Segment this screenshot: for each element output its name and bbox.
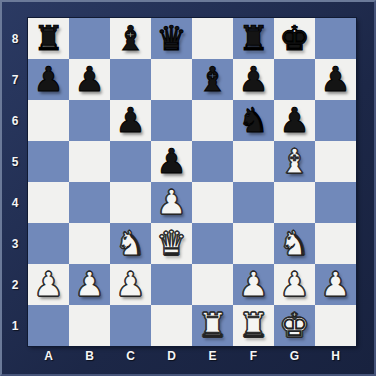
square-d5[interactable]: ♟ xyxy=(151,141,192,182)
rank-label-2: 2 xyxy=(2,264,28,305)
square-h1[interactable] xyxy=(315,305,356,346)
rank-labels: 87654321 xyxy=(2,18,28,346)
square-h4[interactable] xyxy=(315,182,356,223)
white-pawn-f2[interactable]: ♟ xyxy=(233,264,274,305)
rank-label-4: 4 xyxy=(2,182,28,223)
white-rook-f1[interactable]: ♜ xyxy=(233,305,274,346)
white-knight-g3[interactable]: ♞ xyxy=(274,223,315,264)
square-g2[interactable]: ♟ xyxy=(274,264,315,305)
square-b6[interactable] xyxy=(69,100,110,141)
square-b4[interactable] xyxy=(69,182,110,223)
black-king-g8[interactable]: ♚ xyxy=(274,18,315,59)
square-e4[interactable] xyxy=(192,182,233,223)
white-bishop-g5[interactable]: ♝ xyxy=(274,141,315,182)
square-h6[interactable] xyxy=(315,100,356,141)
square-c4[interactable] xyxy=(110,182,151,223)
black-pawn-c6[interactable]: ♟ xyxy=(110,100,151,141)
rank-label-6: 6 xyxy=(2,100,28,141)
square-c2[interactable]: ♟ xyxy=(110,264,151,305)
white-queen-d3[interactable]: ♛ xyxy=(151,223,192,264)
square-a5[interactable] xyxy=(28,141,69,182)
white-pawn-h2[interactable]: ♟ xyxy=(315,264,356,305)
black-pawn-a7[interactable]: ♟ xyxy=(28,59,69,100)
square-f8[interactable]: ♜ xyxy=(233,18,274,59)
rank-label-8: 8 xyxy=(2,18,28,59)
square-a7[interactable]: ♟ xyxy=(28,59,69,100)
file-label-f: F xyxy=(233,347,274,365)
square-c1[interactable] xyxy=(110,305,151,346)
square-f7[interactable]: ♟ xyxy=(233,59,274,100)
black-bishop-e7[interactable]: ♝ xyxy=(192,59,233,100)
white-rook-e1[interactable]: ♜ xyxy=(192,305,233,346)
white-king-g1[interactable]: ♚ xyxy=(274,305,315,346)
square-d2[interactable] xyxy=(151,264,192,305)
black-pawn-d5[interactable]: ♟ xyxy=(151,141,192,182)
square-c3[interactable]: ♞ xyxy=(110,223,151,264)
square-h2[interactable]: ♟ xyxy=(315,264,356,305)
black-rook-f8[interactable]: ♜ xyxy=(233,18,274,59)
file-label-c: C xyxy=(110,347,151,365)
square-g5[interactable]: ♝ xyxy=(274,141,315,182)
square-f4[interactable] xyxy=(233,182,274,223)
square-c5[interactable] xyxy=(110,141,151,182)
black-pawn-b7[interactable]: ♟ xyxy=(69,59,110,100)
square-d4[interactable]: ♟ xyxy=(151,182,192,223)
square-e7[interactable]: ♝ xyxy=(192,59,233,100)
square-b2[interactable]: ♟ xyxy=(69,264,110,305)
black-bishop-c8[interactable]: ♝ xyxy=(110,18,151,59)
black-queen-d8[interactable]: ♛ xyxy=(151,18,192,59)
rank-label-5: 5 xyxy=(2,141,28,182)
rank-label-1: 1 xyxy=(2,305,28,346)
chess-diagram: 87654321 ♜♝♛♜♚♟♟♝♟♟♟♞♟♟♝♟♞♛♞♟♟♟♟♟♟♜♜♚ AB… xyxy=(0,0,376,376)
square-d6[interactable] xyxy=(151,100,192,141)
square-g6[interactable]: ♟ xyxy=(274,100,315,141)
file-label-g: G xyxy=(274,347,315,365)
square-e8[interactable] xyxy=(192,18,233,59)
square-h7[interactable]: ♟ xyxy=(315,59,356,100)
square-a2[interactable]: ♟ xyxy=(28,264,69,305)
square-a1[interactable] xyxy=(28,305,69,346)
square-e6[interactable] xyxy=(192,100,233,141)
white-pawn-c2[interactable]: ♟ xyxy=(110,264,151,305)
white-pawn-a2[interactable]: ♟ xyxy=(28,264,69,305)
black-pawn-g6[interactable]: ♟ xyxy=(274,100,315,141)
square-a4[interactable] xyxy=(28,182,69,223)
square-c6[interactable]: ♟ xyxy=(110,100,151,141)
square-h8[interactable] xyxy=(315,18,356,59)
white-pawn-g2[interactable]: ♟ xyxy=(274,264,315,305)
white-pawn-d4[interactable]: ♟ xyxy=(151,182,192,223)
square-c8[interactable]: ♝ xyxy=(110,18,151,59)
square-g8[interactable]: ♚ xyxy=(274,18,315,59)
square-a6[interactable] xyxy=(28,100,69,141)
square-b1[interactable] xyxy=(69,305,110,346)
file-label-h: H xyxy=(315,347,356,365)
square-f5[interactable] xyxy=(233,141,274,182)
square-g4[interactable] xyxy=(274,182,315,223)
square-d8[interactable]: ♛ xyxy=(151,18,192,59)
square-g1[interactable]: ♚ xyxy=(274,305,315,346)
file-labels: ABCDEFGH xyxy=(28,347,356,365)
square-a8[interactable]: ♜ xyxy=(28,18,69,59)
square-d7[interactable] xyxy=(151,59,192,100)
black-pawn-h7[interactable]: ♟ xyxy=(315,59,356,100)
file-label-d: D xyxy=(151,347,192,365)
square-f3[interactable] xyxy=(233,223,274,264)
square-c7[interactable] xyxy=(110,59,151,100)
square-e5[interactable] xyxy=(192,141,233,182)
square-d1[interactable] xyxy=(151,305,192,346)
white-pawn-b2[interactable]: ♟ xyxy=(69,264,110,305)
square-a3[interactable] xyxy=(28,223,69,264)
square-h5[interactable] xyxy=(315,141,356,182)
square-e3[interactable] xyxy=(192,223,233,264)
square-g3[interactable]: ♞ xyxy=(274,223,315,264)
rank-label-7: 7 xyxy=(2,59,28,100)
square-f1[interactable]: ♜ xyxy=(233,305,274,346)
square-d3[interactable]: ♛ xyxy=(151,223,192,264)
chess-board: ♜♝♛♜♚♟♟♝♟♟♟♞♟♟♝♟♞♛♞♟♟♟♟♟♟♜♜♚ xyxy=(28,18,356,346)
white-knight-c3[interactable]: ♞ xyxy=(110,223,151,264)
square-e1[interactable]: ♜ xyxy=(192,305,233,346)
square-g7[interactable] xyxy=(274,59,315,100)
square-f2[interactable]: ♟ xyxy=(233,264,274,305)
black-rook-a8[interactable]: ♜ xyxy=(28,18,69,59)
file-label-b: B xyxy=(69,347,110,365)
black-pawn-f7[interactable]: ♟ xyxy=(233,59,274,100)
rank-label-3: 3 xyxy=(2,223,28,264)
square-f6[interactable]: ♞ xyxy=(233,100,274,141)
square-b3[interactable] xyxy=(69,223,110,264)
file-label-a: A xyxy=(28,347,69,365)
square-b7[interactable]: ♟ xyxy=(69,59,110,100)
file-label-e: E xyxy=(192,347,233,365)
black-knight-f6[interactable]: ♞ xyxy=(233,100,274,141)
square-h3[interactable] xyxy=(315,223,356,264)
square-b8[interactable] xyxy=(69,18,110,59)
square-b5[interactable] xyxy=(69,141,110,182)
square-e2[interactable] xyxy=(192,264,233,305)
